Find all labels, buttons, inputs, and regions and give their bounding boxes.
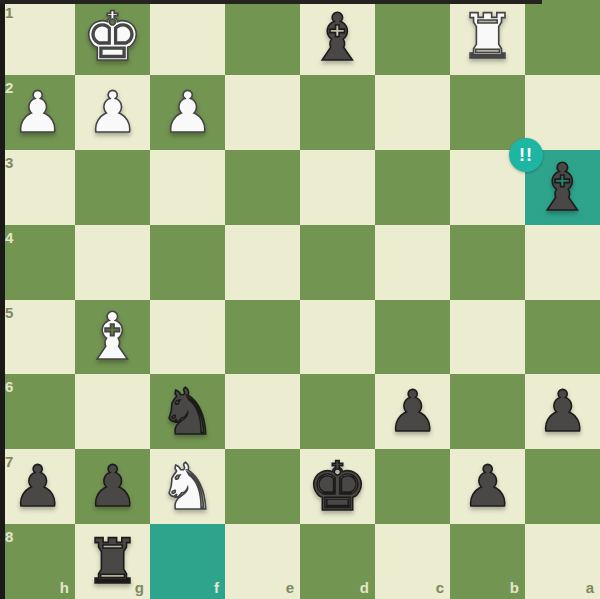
file-label-h: h [60,580,69,595]
piece-white-knight[interactable]: ♞ [159,455,216,519]
piece-white-pawn[interactable]: ♟ [87,84,138,141]
piece-white-king[interactable]: ♚ [82,3,143,71]
square-a7[interactable] [525,449,600,524]
square-c3[interactable] [375,150,450,225]
square-e2[interactable] [225,75,300,150]
piece-black-bishop[interactable]: ♝ [308,5,366,70]
square-c2[interactable] [375,75,450,150]
square-b2[interactable] [450,75,525,150]
square-f7[interactable]: ♞ [150,449,225,524]
square-f8[interactable]: f [150,524,225,599]
square-h5[interactable]: 5 [0,300,75,375]
piece-black-king[interactable]: ♚ [307,453,368,521]
square-h1[interactable]: 1 [0,0,75,75]
square-h4[interactable]: 4 [0,225,75,300]
piece-black-pawn[interactable]: ♟ [537,383,588,440]
square-b1[interactable]: ♜ [450,0,525,75]
square-d8[interactable]: d [300,524,375,599]
square-f6[interactable]: ♞ [150,374,225,449]
rank-label-4: 4 [5,230,13,245]
square-a2[interactable] [525,75,600,150]
square-g6[interactable] [75,374,150,449]
square-a4[interactable] [525,225,600,300]
square-f2[interactable]: ♟ [150,75,225,150]
square-c7[interactable] [375,449,450,524]
square-e1[interactable] [225,0,300,75]
piece-black-bishop[interactable]: ♝ [533,155,591,220]
square-d1[interactable]: ♝ [300,0,375,75]
square-c6[interactable]: ♟ [375,374,450,449]
square-g2[interactable]: ♟ [75,75,150,150]
square-h2[interactable]: 2♟ [0,75,75,150]
piece-black-pawn[interactable]: ♟ [387,383,438,440]
rank-label-5: 5 [5,305,13,320]
square-d3[interactable] [300,150,375,225]
square-h7[interactable]: 7♟ [0,449,75,524]
file-label-c: c [436,580,444,595]
square-d7[interactable]: ♚ [300,449,375,524]
file-label-e: e [286,580,294,595]
square-e7[interactable] [225,449,300,524]
square-b8[interactable]: b [450,524,525,599]
square-g4[interactable] [75,225,150,300]
square-a3[interactable]: ♝!! [525,150,600,225]
square-a6[interactable]: ♟ [525,374,600,449]
square-d4[interactable] [300,225,375,300]
square-g7[interactable]: ♟ [75,449,150,524]
piece-black-pawn[interactable]: ♟ [462,458,513,515]
square-g1[interactable]: ♚ [75,0,150,75]
square-g8[interactable]: g♜ [75,524,150,599]
chess-app-screen: 1♚♝♜2♟♟♟3♝!!45♝6♞♟♟7♟♟♞♚♟8hg♜fedcba [0,0,600,599]
square-f5[interactable] [150,300,225,375]
square-e8[interactable]: e [225,524,300,599]
file-label-a: a [586,580,594,595]
square-b6[interactable] [450,374,525,449]
piece-white-rook[interactable]: ♜ [460,6,516,68]
square-e3[interactable] [225,150,300,225]
piece-white-bishop[interactable]: ♝ [83,304,141,369]
rank-label-6: 6 [5,379,13,394]
square-d2[interactable] [300,75,375,150]
square-a1[interactable] [525,0,600,75]
square-c5[interactable] [375,300,450,375]
square-h3[interactable]: 3 [0,150,75,225]
file-label-b: b [510,580,519,595]
square-c8[interactable]: c [375,524,450,599]
piece-black-pawn[interactable]: ♟ [12,458,63,515]
square-a5[interactable] [525,300,600,375]
square-a8[interactable]: a [525,524,600,599]
square-g3[interactable] [75,150,150,225]
square-d5[interactable] [300,300,375,375]
piece-white-pawn[interactable]: ♟ [12,84,63,141]
square-b7[interactable]: ♟ [450,449,525,524]
square-b4[interactable] [450,225,525,300]
square-d6[interactable] [300,374,375,449]
square-e5[interactable] [225,300,300,375]
left-edge-bar [0,0,5,599]
square-b5[interactable] [450,300,525,375]
brilliant-move-badge: !! [509,138,543,172]
brilliant-move-badge-text: !! [519,146,533,164]
piece-white-pawn[interactable]: ♟ [162,84,213,141]
square-f4[interactable] [150,225,225,300]
square-g5[interactable]: ♝ [75,300,150,375]
piece-black-rook[interactable]: ♜ [85,531,141,593]
rank-label-3: 3 [5,155,13,170]
square-c1[interactable] [375,0,450,75]
piece-black-pawn[interactable]: ♟ [87,458,138,515]
piece-black-knight[interactable]: ♞ [159,380,216,444]
square-c4[interactable] [375,225,450,300]
file-label-f: f [214,580,219,595]
square-e6[interactable] [225,374,300,449]
square-f3[interactable] [150,150,225,225]
rank-label-1: 1 [5,5,13,20]
square-h6[interactable]: 6 [0,374,75,449]
rank-label-8: 8 [5,529,13,544]
square-f1[interactable] [150,0,225,75]
chess-board: 1♚♝♜2♟♟♟3♝!!45♝6♞♟♟7♟♟♞♚♟8hg♜fedcba [0,0,600,599]
file-label-d: d [360,580,369,595]
square-e4[interactable] [225,225,300,300]
top-edge-bar [0,0,542,4]
square-h8[interactable]: 8h [0,524,75,599]
